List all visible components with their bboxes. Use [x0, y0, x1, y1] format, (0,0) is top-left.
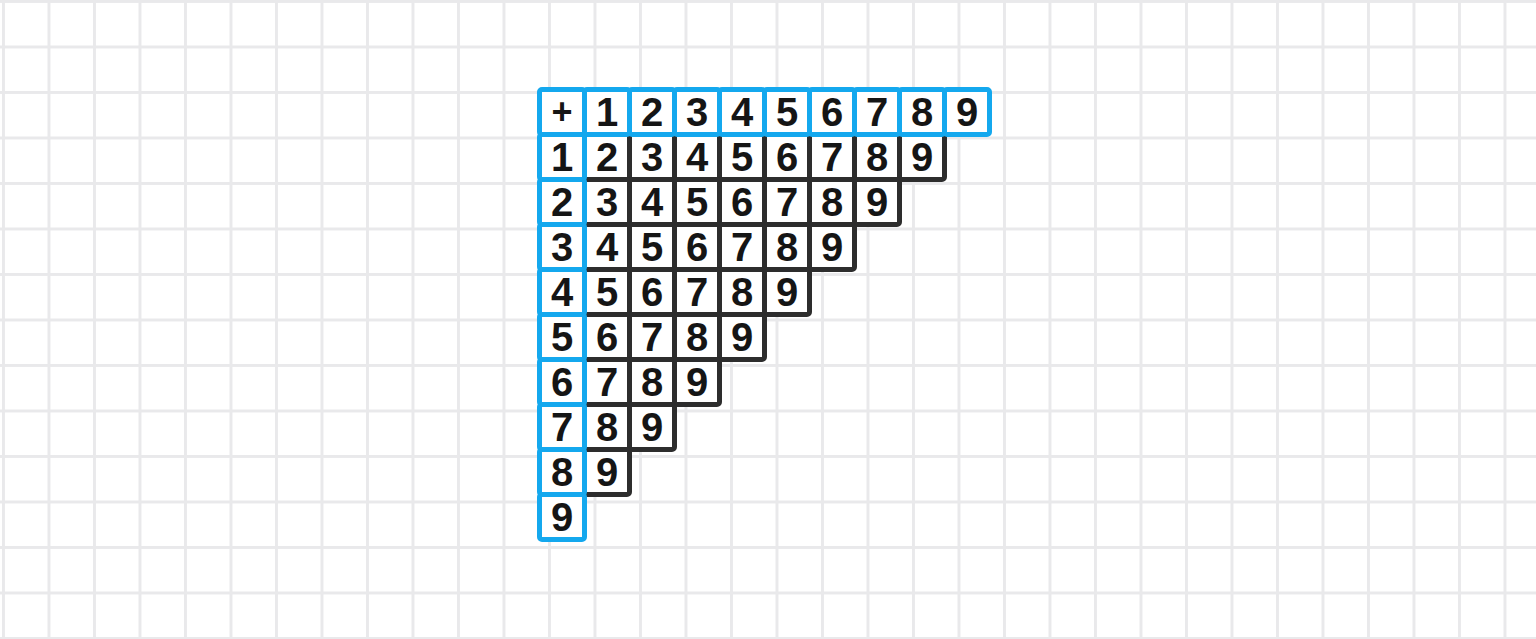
sum-cell-7-plus-1: 8 [582, 402, 632, 452]
sum-cell-2-plus-6: 8 [807, 177, 857, 227]
col-header-cell-6: 6 [807, 87, 857, 137]
corner-plus-cell: + [537, 87, 587, 137]
sum-cell-3-plus-5: 8 [762, 222, 812, 272]
sum-cell-2-plus-4: 6 [717, 177, 767, 227]
sum-cell-1-plus-5: 6 [762, 132, 812, 182]
row-header-cell-9: 9 [537, 492, 587, 542]
sum-cell-6-plus-3: 9 [672, 357, 722, 407]
sum-cell-3-plus-3: 6 [672, 222, 722, 272]
sum-cell-3-plus-4: 7 [717, 222, 767, 272]
sum-cell-1-plus-6: 7 [807, 132, 857, 182]
row-header-cell-7: 7 [537, 402, 587, 452]
col-header-cell-9: 9 [942, 87, 992, 137]
table-row-4: 456789 [537, 267, 992, 317]
sum-cell-1-plus-3: 4 [672, 132, 722, 182]
sum-cell-2-plus-3: 5 [672, 177, 722, 227]
sum-cell-3-plus-2: 5 [627, 222, 677, 272]
col-header-cell-8: 8 [897, 87, 947, 137]
sum-cell-2-plus-2: 4 [627, 177, 677, 227]
sum-cell-5-plus-1: 6 [582, 312, 632, 362]
table-row-9: 9 [537, 492, 992, 542]
row-header-cell-3: 3 [537, 222, 587, 272]
addition-table: +123456789123456789234567893456789456789… [537, 87, 992, 542]
sum-cell-7-plus-2: 9 [627, 402, 677, 452]
col-header-cell-2: 2 [627, 87, 677, 137]
sum-cell-4-plus-3: 7 [672, 267, 722, 317]
sum-cell-2-plus-1: 3 [582, 177, 632, 227]
header-row: +123456789 [537, 87, 992, 137]
col-header-cell-7: 7 [852, 87, 902, 137]
sum-cell-5-plus-4: 9 [717, 312, 767, 362]
table-row-5: 56789 [537, 312, 992, 362]
table-row-8: 89 [537, 447, 992, 497]
sum-cell-1-plus-2: 3 [627, 132, 677, 182]
sum-cell-1-plus-1: 2 [582, 132, 632, 182]
sum-cell-3-plus-1: 4 [582, 222, 632, 272]
table-row-3: 3456789 [537, 222, 992, 272]
sum-cell-4-plus-5: 9 [762, 267, 812, 317]
sum-cell-6-plus-2: 8 [627, 357, 677, 407]
row-header-cell-6: 6 [537, 357, 587, 407]
col-header-cell-3: 3 [672, 87, 722, 137]
table-row-2: 23456789 [537, 177, 992, 227]
sum-cell-4-plus-2: 6 [627, 267, 677, 317]
row-header-cell-1: 1 [537, 132, 587, 182]
row-header-cell-8: 8 [537, 447, 587, 497]
sum-cell-5-plus-3: 8 [672, 312, 722, 362]
sum-cell-1-plus-4: 5 [717, 132, 767, 182]
sum-cell-4-plus-1: 5 [582, 267, 632, 317]
sum-cell-1-plus-8: 9 [897, 132, 947, 182]
table-row-1: 123456789 [537, 132, 992, 182]
row-header-cell-4: 4 [537, 267, 587, 317]
sum-cell-1-plus-7: 8 [852, 132, 902, 182]
col-header-cell-1: 1 [582, 87, 632, 137]
sum-cell-2-plus-5: 7 [762, 177, 812, 227]
col-header-cell-5: 5 [762, 87, 812, 137]
sum-cell-3-plus-6: 9 [807, 222, 857, 272]
sum-cell-4-plus-4: 8 [717, 267, 767, 317]
sum-cell-8-plus-1: 9 [582, 447, 632, 497]
col-header-cell-4: 4 [717, 87, 767, 137]
row-header-cell-2: 2 [537, 177, 587, 227]
table-row-7: 789 [537, 402, 992, 452]
row-header-cell-5: 5 [537, 312, 587, 362]
sum-cell-6-plus-1: 7 [582, 357, 632, 407]
table-row-6: 6789 [537, 357, 992, 407]
sum-cell-5-plus-2: 7 [627, 312, 677, 362]
sum-cell-2-plus-7: 9 [852, 177, 902, 227]
